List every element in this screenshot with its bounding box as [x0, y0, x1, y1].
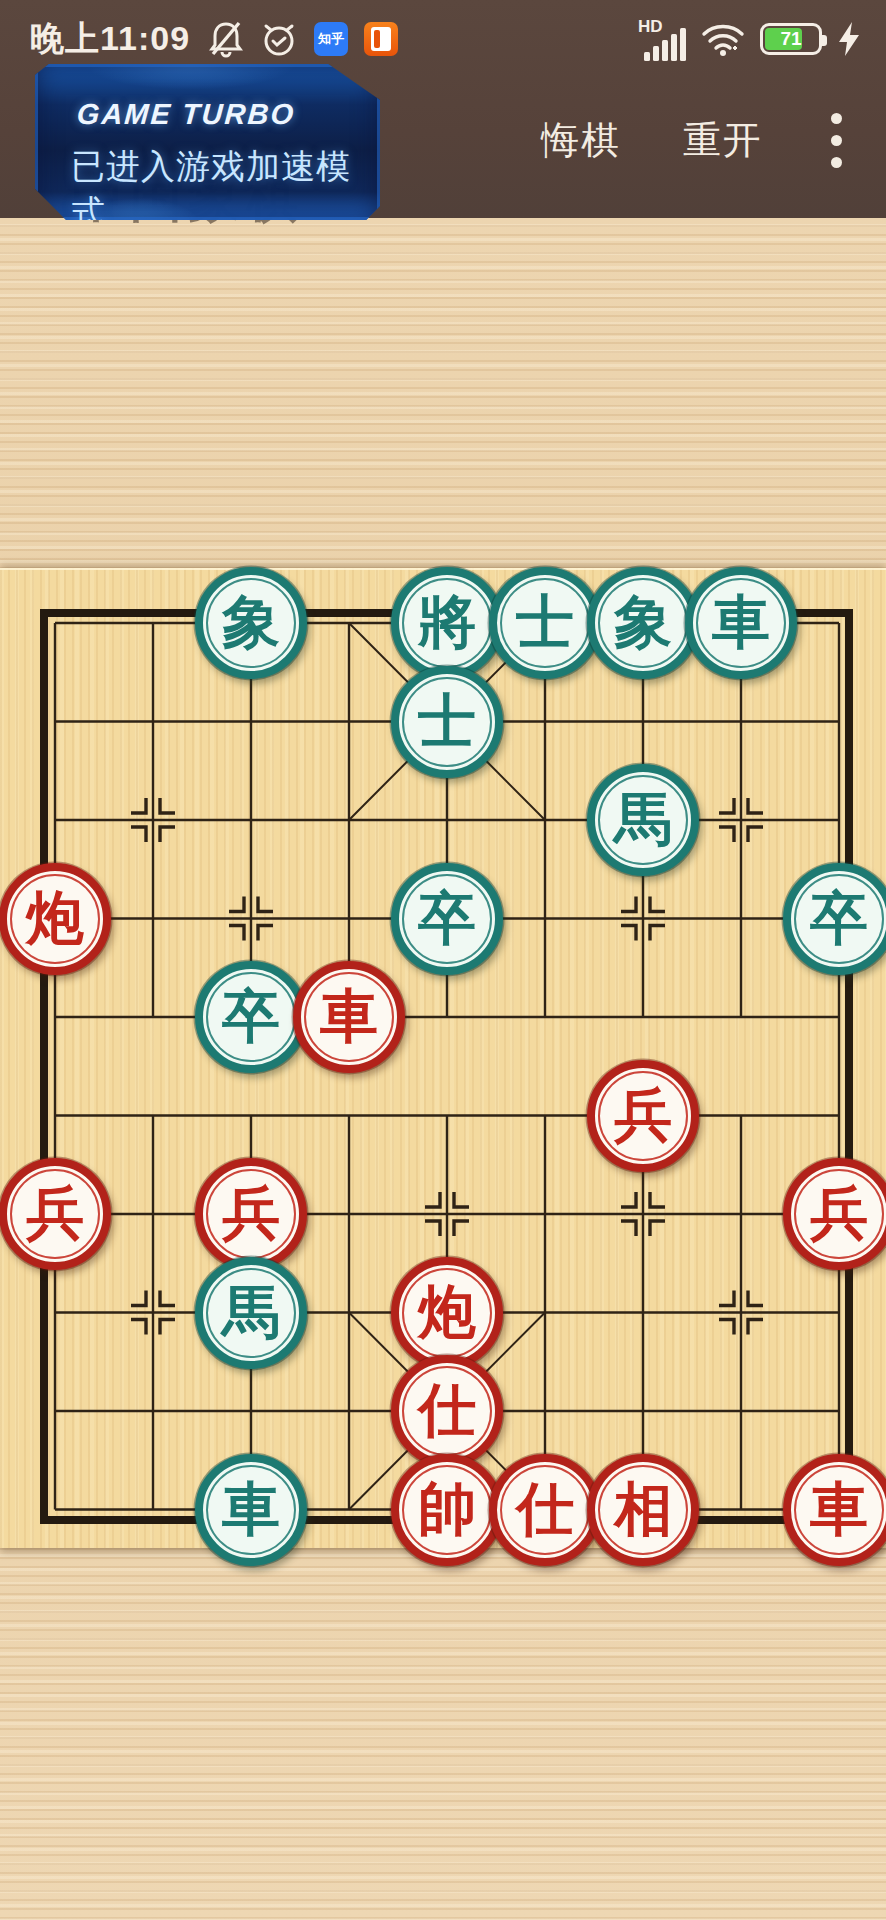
piece-red-general[interactable]: 帥: [391, 1454, 503, 1566]
hd-badge: HD: [638, 17, 663, 37]
reader-app-icon: [364, 22, 398, 56]
piece-black-advisor[interactable]: 士: [391, 666, 503, 778]
game-turbo-logo: GAME TURBO: [76, 98, 296, 131]
piece-red-cannon[interactable]: 炮: [0, 863, 111, 975]
piece-black-chariot[interactable]: 車: [195, 1454, 307, 1566]
xiangqi-board[interactable]: 象將士象車士馬炮卒卒卒車兵兵兵兵馬炮仕車帥仕相車: [0, 568, 886, 1548]
restart-button[interactable]: 重开: [683, 115, 763, 166]
signal-icon: HD: [644, 17, 686, 61]
status-time: 晚上11:09: [30, 16, 190, 62]
piece-red-soldier[interactable]: 兵: [195, 1158, 307, 1270]
piece-glyph: 車: [712, 593, 770, 651]
piece-glyph: 兵: [614, 1086, 672, 1144]
action-row: 悔棋 重开: [541, 100, 886, 180]
piece-glyph: 兵: [810, 1184, 868, 1242]
piece-red-soldier[interactable]: 兵: [587, 1060, 699, 1172]
piece-glyph: 仕: [516, 1480, 574, 1538]
battery-icon: 71: [760, 23, 822, 55]
phone-screen: 晚上11:09 知乎 HD: [0, 0, 886, 1920]
charging-bolt-icon: [836, 20, 862, 58]
piece-glyph: 象: [614, 593, 672, 651]
piece-glyph: 卒: [222, 987, 280, 1045]
piece-red-advisor[interactable]: 仕: [391, 1355, 503, 1467]
piece-black-elephant[interactable]: 象: [587, 567, 699, 679]
kebab-menu-icon[interactable]: [825, 109, 848, 172]
piece-glyph: 馬: [222, 1283, 280, 1341]
zhihu-app-icon: 知乎: [314, 22, 348, 56]
piece-black-elephant[interactable]: 象: [195, 567, 307, 679]
piece-red-soldier[interactable]: 兵: [0, 1158, 111, 1270]
piece-glyph: 車: [320, 987, 378, 1045]
piece-glyph: 炮: [26, 889, 84, 947]
piece-black-chariot[interactable]: 車: [685, 567, 797, 679]
bell-muted-icon: [208, 20, 244, 58]
piece-glyph: 卒: [810, 889, 868, 947]
piece-glyph: 馬: [614, 790, 672, 848]
piece-glyph: 車: [222, 1480, 280, 1538]
piece-red-chariot[interactable]: 車: [783, 1454, 886, 1566]
piece-black-horse[interactable]: 馬: [195, 1257, 307, 1369]
piece-black-soldier[interactable]: 卒: [391, 863, 503, 975]
piece-glyph: 士: [418, 692, 476, 750]
piece-glyph: 士: [516, 593, 574, 651]
piece-black-soldier[interactable]: 卒: [783, 863, 886, 975]
piece-red-soldier[interactable]: 兵: [783, 1158, 886, 1270]
piece-glyph: 炮: [418, 1283, 476, 1341]
piece-glyph: 帥: [418, 1480, 476, 1538]
wifi-icon: [700, 20, 746, 58]
piece-black-horse[interactable]: 馬: [587, 764, 699, 876]
battery-percent: 71: [763, 26, 819, 52]
piece-glyph: 將: [418, 593, 476, 651]
piece-black-general[interactable]: 將: [391, 567, 503, 679]
piece-glyph: 兵: [26, 1184, 84, 1242]
piece-glyph: 象: [222, 593, 280, 651]
alarm-clock-icon: [260, 20, 298, 58]
game-turbo-toast[interactable]: GAME TURBO 已进入游戏加速模式: [35, 64, 380, 220]
status-bar: 晚上11:09 知乎 HD: [0, 0, 886, 70]
piece-glyph: 車: [810, 1480, 868, 1538]
piece-glyph: 卒: [418, 889, 476, 947]
piece-red-advisor[interactable]: 仕: [489, 1454, 601, 1566]
piece-glyph: 兵: [222, 1184, 280, 1242]
piece-red-cannon[interactable]: 炮: [391, 1257, 503, 1369]
piece-red-chariot[interactable]: 車: [293, 961, 405, 1073]
piece-black-advisor[interactable]: 士: [489, 567, 601, 679]
piece-glyph: 仕: [418, 1381, 476, 1439]
piece-glyph: 相: [614, 1480, 672, 1538]
undo-move-button[interactable]: 悔棋: [541, 115, 621, 166]
piece-black-soldier[interactable]: 卒: [195, 961, 307, 1073]
piece-red-elephant[interactable]: 相: [587, 1454, 699, 1566]
